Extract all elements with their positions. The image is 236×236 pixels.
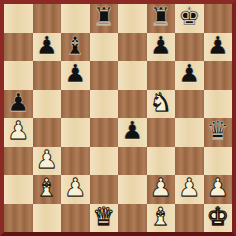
square-d8[interactable]: ♜ (90, 4, 119, 33)
square-b6[interactable] (33, 61, 62, 90)
square-g5[interactable] (175, 90, 204, 119)
square-a7[interactable] (4, 33, 33, 62)
square-a5[interactable]: ♟ (4, 90, 33, 119)
square-e8[interactable] (118, 4, 147, 33)
white-knight-f5[interactable]: ♞ (150, 90, 172, 118)
square-f5[interactable]: ♞ (147, 90, 176, 119)
square-g7[interactable] (175, 33, 204, 62)
black-pawn-f7[interactable]: ♟ (150, 33, 172, 61)
square-c7[interactable]: ♝ (61, 33, 90, 62)
square-b2[interactable]: ♝ (33, 175, 62, 204)
black-pawn-h7[interactable]: ♟ (207, 33, 229, 61)
square-g2[interactable]: ♟ (175, 175, 204, 204)
square-f4[interactable] (147, 118, 176, 147)
square-h6[interactable] (204, 61, 233, 90)
square-d2[interactable] (90, 175, 119, 204)
square-a3[interactable] (4, 147, 33, 176)
black-pawn-c6[interactable]: ♟ (64, 61, 86, 89)
black-queen-h4[interactable]: ♛ (207, 118, 229, 146)
square-e6[interactable] (118, 61, 147, 90)
square-f6[interactable] (147, 61, 176, 90)
square-e2[interactable] (118, 175, 147, 204)
square-e5[interactable] (118, 90, 147, 119)
square-f2[interactable]: ♟ (147, 175, 176, 204)
white-bishop-f1[interactable]: ♝ (150, 204, 172, 232)
white-pawn-a4[interactable]: ♟ (7, 118, 29, 146)
square-d7[interactable] (90, 33, 119, 62)
square-c1[interactable] (61, 204, 90, 233)
chess-board: ♜♜♚♟♝♟♟♟♟♟♞♟♟♛♟♝♟♟♟♟♛♝♚ (4, 4, 232, 232)
square-b3[interactable]: ♟ (33, 147, 62, 176)
white-pawn-g2[interactable]: ♟ (178, 175, 200, 203)
white-pawn-c2[interactable]: ♟ (64, 175, 86, 203)
square-e7[interactable] (118, 33, 147, 62)
square-a8[interactable] (4, 4, 33, 33)
square-g4[interactable] (175, 118, 204, 147)
square-g1[interactable] (175, 204, 204, 233)
square-g8[interactable]: ♚ (175, 4, 204, 33)
square-b7[interactable]: ♟ (33, 33, 62, 62)
black-king-g8[interactable]: ♚ (178, 4, 200, 32)
square-d4[interactable] (90, 118, 119, 147)
black-bishop-c7[interactable]: ♝ (64, 33, 86, 61)
black-pawn-a5[interactable]: ♟ (7, 90, 29, 118)
chess-board-frame: ♜♜♚♟♝♟♟♟♟♟♞♟♟♛♟♝♟♟♟♟♛♝♚ (0, 0, 236, 236)
square-c5[interactable] (61, 90, 90, 119)
square-a2[interactable] (4, 175, 33, 204)
black-rook-f8[interactable]: ♜ (150, 4, 172, 32)
square-h1[interactable]: ♚ (204, 204, 233, 233)
square-c3[interactable] (61, 147, 90, 176)
white-bishop-b2[interactable]: ♝ (36, 175, 58, 203)
white-king-h1[interactable]: ♚ (207, 204, 229, 232)
square-a1[interactable] (4, 204, 33, 233)
square-g6[interactable]: ♟ (175, 61, 204, 90)
square-f7[interactable]: ♟ (147, 33, 176, 62)
square-a6[interactable] (4, 61, 33, 90)
square-h2[interactable]: ♟ (204, 175, 233, 204)
square-d1[interactable]: ♛ (90, 204, 119, 233)
square-h3[interactable] (204, 147, 233, 176)
square-h7[interactable]: ♟ (204, 33, 233, 62)
white-pawn-f2[interactable]: ♟ (150, 175, 172, 203)
square-e3[interactable] (118, 147, 147, 176)
square-b8[interactable] (33, 4, 62, 33)
square-c4[interactable] (61, 118, 90, 147)
black-pawn-b7[interactable]: ♟ (36, 33, 58, 61)
black-rook-d8[interactable]: ♜ (93, 4, 115, 32)
square-b4[interactable] (33, 118, 62, 147)
square-d5[interactable] (90, 90, 119, 119)
square-a4[interactable]: ♟ (4, 118, 33, 147)
square-d6[interactable] (90, 61, 119, 90)
black-pawn-e4[interactable]: ♟ (121, 118, 143, 146)
square-f8[interactable]: ♜ (147, 4, 176, 33)
square-e1[interactable] (118, 204, 147, 233)
square-e4[interactable]: ♟ (118, 118, 147, 147)
square-b5[interactable] (33, 90, 62, 119)
white-pawn-h2[interactable]: ♟ (207, 175, 229, 203)
square-h4[interactable]: ♛ (204, 118, 233, 147)
square-c8[interactable] (61, 4, 90, 33)
square-f3[interactable] (147, 147, 176, 176)
square-f1[interactable]: ♝ (147, 204, 176, 233)
white-queen-d1[interactable]: ♛ (93, 204, 115, 232)
square-c2[interactable]: ♟ (61, 175, 90, 204)
square-h5[interactable] (204, 90, 233, 119)
square-g3[interactable] (175, 147, 204, 176)
white-pawn-b3[interactable]: ♟ (36, 147, 58, 175)
black-pawn-g6[interactable]: ♟ (178, 61, 200, 89)
square-c6[interactable]: ♟ (61, 61, 90, 90)
square-b1[interactable] (33, 204, 62, 233)
square-h8[interactable] (204, 4, 233, 33)
square-d3[interactable] (90, 147, 119, 176)
